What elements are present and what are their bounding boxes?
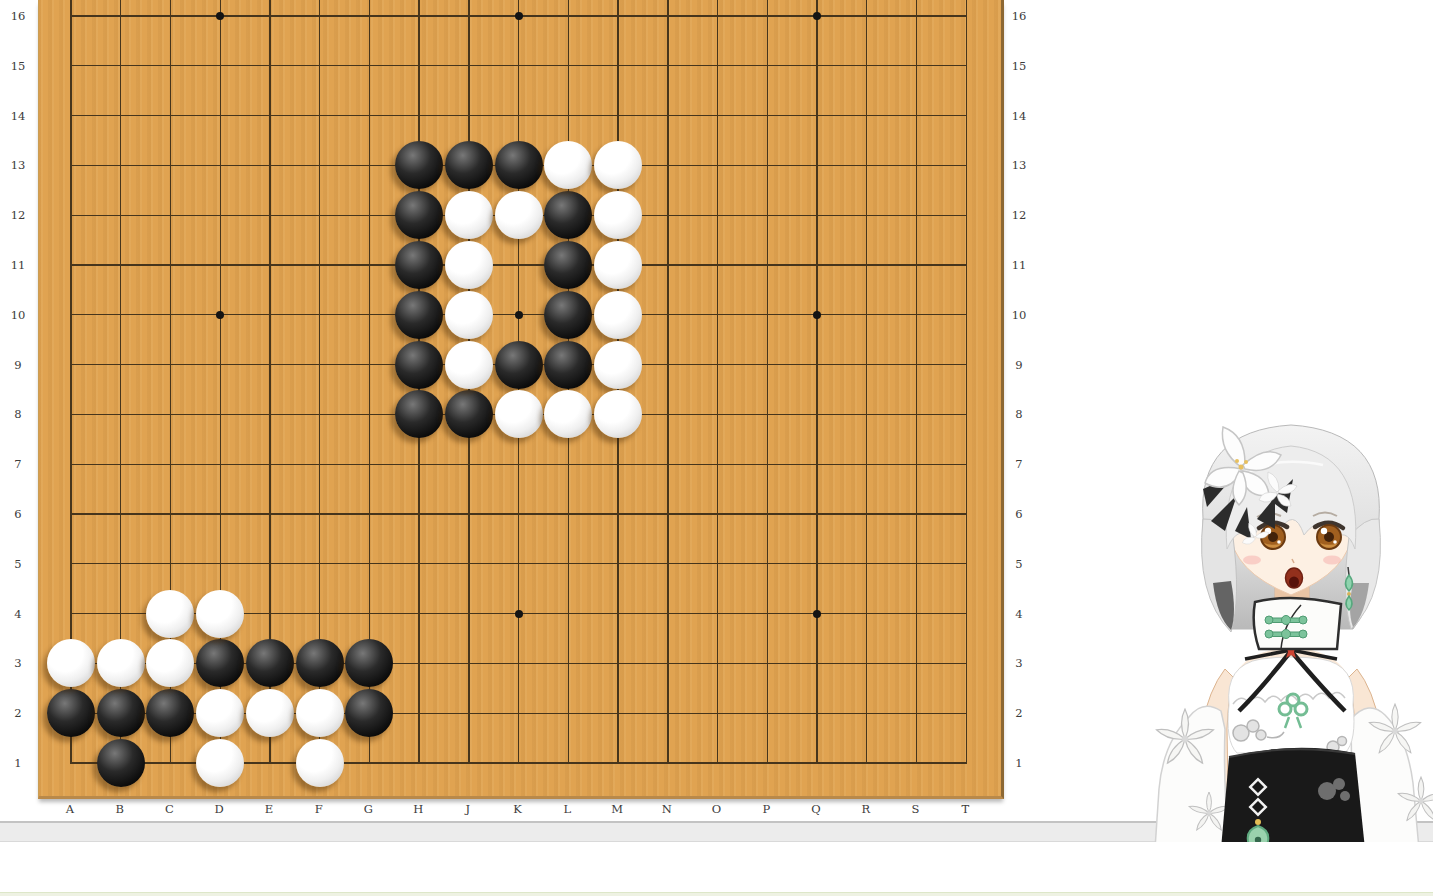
stone-black-K13[interactable] — [495, 141, 543, 189]
stone-black-L12[interactable] — [544, 191, 592, 239]
coord-col-J: J — [456, 802, 480, 816]
star-point-D10 — [216, 311, 224, 319]
stone-white-D1[interactable] — [196, 739, 244, 787]
stone-white-M13[interactable] — [594, 141, 642, 189]
coord-row-right-3: 3 — [1004, 655, 1034, 671]
stone-white-L8[interactable] — [544, 390, 592, 438]
stone-white-F2[interactable] — [296, 689, 344, 737]
coord-col-E: E — [257, 802, 281, 816]
coord-row-left-6: 6 — [4, 506, 32, 522]
star-point-K4 — [515, 610, 523, 618]
stone-black-C2[interactable] — [146, 689, 194, 737]
coord-row-right-2: 2 — [1004, 705, 1034, 721]
coord-row-right-8: 8 — [1004, 406, 1034, 422]
stone-white-D2[interactable] — [196, 689, 244, 737]
stone-black-H8[interactable] — [395, 390, 443, 438]
go-board[interactable] — [38, 0, 1004, 799]
stone-black-E3[interactable] — [246, 639, 294, 687]
stone-black-A2[interactable] — [47, 689, 95, 737]
stone-white-K12[interactable] — [495, 191, 543, 239]
coord-row-right-13: 13 — [1004, 157, 1034, 173]
coord-row-left-1: 1 — [4, 755, 32, 771]
stone-black-L11[interactable] — [544, 241, 592, 289]
coord-col-B: B — [108, 802, 132, 816]
stone-white-J10[interactable] — [445, 291, 493, 339]
coord-col-M: M — [605, 802, 629, 816]
stone-white-C3[interactable] — [146, 639, 194, 687]
stone-white-M10[interactable] — [594, 291, 642, 339]
coord-row-right-5: 5 — [1004, 556, 1034, 572]
coord-row-left-4: 4 — [4, 606, 32, 622]
coord-row-left-12: 12 — [4, 207, 32, 223]
star-point-Q10 — [813, 311, 821, 319]
coord-col-F: F — [307, 802, 331, 816]
stone-white-B3[interactable] — [97, 639, 145, 687]
coord-row-left-8: 8 — [4, 406, 32, 422]
coord-row-left-10: 10 — [4, 307, 32, 323]
stone-white-M8[interactable] — [594, 390, 642, 438]
stone-black-D3[interactable] — [196, 639, 244, 687]
stone-white-M12[interactable] — [594, 191, 642, 239]
stone-white-M11[interactable] — [594, 241, 642, 289]
coord-row-left-2: 2 — [4, 705, 32, 721]
coord-row-left-7: 7 — [4, 456, 32, 472]
stone-black-F3[interactable] — [296, 639, 344, 687]
stone-white-J11[interactable] — [445, 241, 493, 289]
coord-col-S: S — [904, 802, 928, 816]
coord-row-right-9: 9 — [1004, 357, 1034, 373]
star-point-Q16 — [813, 12, 821, 20]
coord-col-K: K — [506, 802, 530, 816]
coord-col-P: P — [754, 802, 778, 816]
coord-col-R: R — [854, 802, 878, 816]
avatar-qipao-collar — [1254, 598, 1341, 649]
star-point-K16 — [515, 12, 523, 20]
board-coordinates-bottom: ABCDEFGHJKLMNOPQRST — [0, 799, 1040, 820]
avatar-right-eye — [1315, 523, 1343, 549]
coord-row-left-3: 3 — [4, 655, 32, 671]
coord-row-right-14: 14 — [1004, 108, 1034, 124]
coord-col-L: L — [555, 802, 579, 816]
stones-layer — [39, 0, 1001, 796]
stone-white-J12[interactable] — [445, 191, 493, 239]
stone-white-E2[interactable] — [246, 689, 294, 737]
coord-col-Q: Q — [804, 802, 828, 816]
stone-white-A3[interactable] — [47, 639, 95, 687]
coord-col-T: T — [953, 802, 977, 816]
stone-white-L13[interactable] — [544, 141, 592, 189]
coord-row-right-4: 4 — [1004, 606, 1034, 622]
stone-white-J9[interactable] — [445, 341, 493, 389]
bottom-accent-line — [0, 892, 1433, 896]
stone-white-D4[interactable] — [196, 590, 244, 638]
coord-row-left-15: 15 — [4, 58, 32, 74]
coord-row-right-6: 6 — [1004, 506, 1034, 522]
coord-row-right-7: 7 — [1004, 456, 1034, 472]
stone-black-H11[interactable] — [395, 241, 443, 289]
stone-black-J8[interactable] — [445, 390, 493, 438]
stone-black-B1[interactable] — [97, 739, 145, 787]
coord-row-left-14: 14 — [4, 108, 32, 124]
stone-black-B2[interactable] — [97, 689, 145, 737]
stone-black-H9[interactable] — [395, 341, 443, 389]
stone-white-C4[interactable] — [146, 590, 194, 638]
coord-row-left-16: 16 — [4, 8, 32, 24]
stone-black-K9[interactable] — [495, 341, 543, 389]
coord-row-right-1: 1 — [1004, 755, 1034, 771]
stone-white-K8[interactable] — [495, 390, 543, 438]
stone-black-L10[interactable] — [544, 291, 592, 339]
star-point-Q4 — [813, 610, 821, 618]
stone-black-H10[interactable] — [395, 291, 443, 339]
coord-col-H: H — [406, 802, 430, 816]
coord-row-right-12: 12 — [1004, 207, 1034, 223]
stone-black-G2[interactable] — [345, 689, 393, 737]
coord-col-D: D — [207, 802, 231, 816]
avatar-dress — [1221, 748, 1365, 842]
coord-row-left-5: 5 — [4, 556, 32, 572]
page: ABCDEFGHJKLMNOPQRST 12345678910111213141… — [0, 0, 1433, 896]
coord-row-right-15: 15 — [1004, 58, 1034, 74]
coord-col-N: N — [655, 802, 679, 816]
coord-row-right-16: 16 — [1004, 8, 1034, 24]
avatar-mouth — [1286, 568, 1303, 588]
coord-row-left-13: 13 — [4, 157, 32, 173]
stone-black-J13[interactable] — [445, 141, 493, 189]
vtuber-avatar — [1133, 399, 1433, 842]
stone-black-H12[interactable] — [395, 191, 443, 239]
coord-col-O: O — [705, 802, 729, 816]
avatar-gold-bead — [1255, 819, 1261, 825]
coord-row-right-11: 11 — [1004, 257, 1034, 273]
coord-col-C: C — [157, 802, 181, 816]
stone-black-H13[interactable] — [395, 141, 443, 189]
coord-col-A: A — [58, 802, 82, 816]
stone-black-L9[interactable] — [544, 341, 592, 389]
stone-black-G3[interactable] — [345, 639, 393, 687]
star-point-K10 — [515, 311, 523, 319]
coord-col-G: G — [356, 802, 380, 816]
stone-white-F1[interactable] — [296, 739, 344, 787]
coord-row-right-10: 10 — [1004, 307, 1034, 323]
coord-row-left-11: 11 — [4, 257, 32, 273]
stone-white-M9[interactable] — [594, 341, 642, 389]
coord-row-left-9: 9 — [4, 357, 32, 373]
